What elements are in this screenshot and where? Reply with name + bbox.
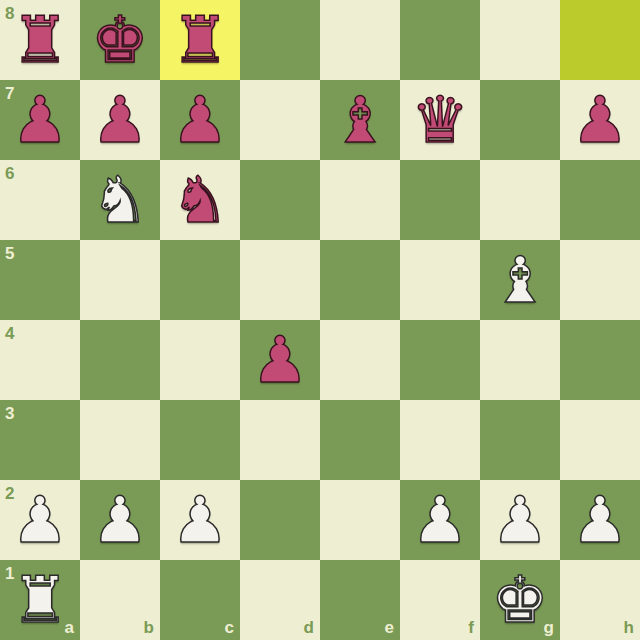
file-label-b: b xyxy=(144,619,154,636)
square-b3[interactable] xyxy=(80,400,160,480)
square-b8[interactable]: ♚ xyxy=(80,0,160,80)
square-f5[interactable] xyxy=(400,240,480,320)
square-g8[interactable] xyxy=(480,0,560,80)
square-d6[interactable] xyxy=(240,160,320,240)
square-c7[interactable]: ♟ xyxy=(160,80,240,160)
square-f3[interactable] xyxy=(400,400,480,480)
piece-white-king[interactable]: ♚ xyxy=(480,560,560,640)
piece-black-pawn[interactable]: ♟ xyxy=(160,80,240,160)
rank-label-3: 3 xyxy=(5,405,14,422)
square-c3[interactable] xyxy=(160,400,240,480)
piece-white-pawn[interactable]: ♟ xyxy=(160,480,240,560)
square-b2[interactable]: ♟ xyxy=(80,480,160,560)
square-d4[interactable]: ♟ xyxy=(240,320,320,400)
square-c2[interactable]: ♟ xyxy=(160,480,240,560)
square-a7[interactable]: 7♟ xyxy=(0,80,80,160)
square-c1[interactable]: c xyxy=(160,560,240,640)
square-f6[interactable] xyxy=(400,160,480,240)
piece-black-pawn[interactable]: ♟ xyxy=(560,80,640,160)
file-label-e: e xyxy=(385,619,394,636)
square-a2[interactable]: 2♟ xyxy=(0,480,80,560)
square-b1[interactable]: b xyxy=(80,560,160,640)
square-h2[interactable]: ♟ xyxy=(560,480,640,560)
square-e5[interactable] xyxy=(320,240,400,320)
piece-white-pawn[interactable]: ♟ xyxy=(0,480,80,560)
piece-black-king[interactable]: ♚ xyxy=(80,0,160,80)
square-d1[interactable]: d xyxy=(240,560,320,640)
rank-label-5: 5 xyxy=(5,245,14,262)
piece-white-bishop[interactable]: ♝ xyxy=(480,240,560,320)
square-a8[interactable]: 8♜ xyxy=(0,0,80,80)
piece-white-rook[interactable]: ♜ xyxy=(0,560,80,640)
square-f1[interactable]: f xyxy=(400,560,480,640)
square-h8[interactable] xyxy=(560,0,640,80)
square-a5[interactable]: 5 xyxy=(0,240,80,320)
piece-white-pawn[interactable]: ♟ xyxy=(400,480,480,560)
square-g2[interactable]: ♟ xyxy=(480,480,560,560)
square-a4[interactable]: 4 xyxy=(0,320,80,400)
square-d7[interactable] xyxy=(240,80,320,160)
square-a1[interactable]: 1a♜ xyxy=(0,560,80,640)
square-b6[interactable]: ♞ xyxy=(80,160,160,240)
square-e6[interactable] xyxy=(320,160,400,240)
square-d3[interactable] xyxy=(240,400,320,480)
square-d5[interactable] xyxy=(240,240,320,320)
piece-white-knight[interactable]: ♞ xyxy=(80,160,160,240)
square-f8[interactable] xyxy=(400,0,480,80)
square-a6[interactable]: 6 xyxy=(0,160,80,240)
square-h5[interactable] xyxy=(560,240,640,320)
square-b7[interactable]: ♟ xyxy=(80,80,160,160)
square-g5[interactable]: ♝ xyxy=(480,240,560,320)
file-label-d: d xyxy=(304,619,314,636)
square-h7[interactable]: ♟ xyxy=(560,80,640,160)
square-c6[interactable]: ♞ xyxy=(160,160,240,240)
square-c4[interactable] xyxy=(160,320,240,400)
piece-black-queen[interactable]: ♛ xyxy=(400,80,480,160)
rank-label-6: 6 xyxy=(5,165,14,182)
square-f4[interactable] xyxy=(400,320,480,400)
piece-white-pawn[interactable]: ♟ xyxy=(80,480,160,560)
square-g6[interactable] xyxy=(480,160,560,240)
square-e3[interactable] xyxy=(320,400,400,480)
piece-black-rook[interactable]: ♜ xyxy=(160,0,240,80)
square-h4[interactable] xyxy=(560,320,640,400)
piece-white-pawn[interactable]: ♟ xyxy=(480,480,560,560)
square-e1[interactable]: e xyxy=(320,560,400,640)
square-h1[interactable]: h xyxy=(560,560,640,640)
square-d8[interactable] xyxy=(240,0,320,80)
rank-label-4: 4 xyxy=(5,325,14,342)
file-label-f: f xyxy=(468,619,474,636)
square-h3[interactable] xyxy=(560,400,640,480)
square-d2[interactable] xyxy=(240,480,320,560)
piece-black-pawn[interactable]: ♟ xyxy=(0,80,80,160)
square-f2[interactable]: ♟ xyxy=(400,480,480,560)
square-h6[interactable] xyxy=(560,160,640,240)
square-g3[interactable] xyxy=(480,400,560,480)
square-e4[interactable] xyxy=(320,320,400,400)
piece-black-knight[interactable]: ♞ xyxy=(160,160,240,240)
square-a3[interactable]: 3 xyxy=(0,400,80,480)
chess-board: 8♜♚♜7♟♟♟♝♛♟6♞♞5♝4♟32♟♟♟♟♟♟1a♜bcdefg♚h xyxy=(0,0,640,640)
piece-black-bishop[interactable]: ♝ xyxy=(320,80,400,160)
square-b5[interactable] xyxy=(80,240,160,320)
file-label-h: h xyxy=(624,619,634,636)
square-c8[interactable]: ♜ xyxy=(160,0,240,80)
square-e2[interactable] xyxy=(320,480,400,560)
piece-black-pawn[interactable]: ♟ xyxy=(240,320,320,400)
square-f7[interactable]: ♛ xyxy=(400,80,480,160)
piece-white-pawn[interactable]: ♟ xyxy=(560,480,640,560)
square-b4[interactable] xyxy=(80,320,160,400)
file-label-c: c xyxy=(225,619,234,636)
piece-black-pawn[interactable]: ♟ xyxy=(80,80,160,160)
square-e7[interactable]: ♝ xyxy=(320,80,400,160)
square-e8[interactable] xyxy=(320,0,400,80)
square-c5[interactable] xyxy=(160,240,240,320)
square-g4[interactable] xyxy=(480,320,560,400)
piece-black-rook[interactable]: ♜ xyxy=(0,0,80,80)
square-g1[interactable]: g♚ xyxy=(480,560,560,640)
square-g7[interactable] xyxy=(480,80,560,160)
